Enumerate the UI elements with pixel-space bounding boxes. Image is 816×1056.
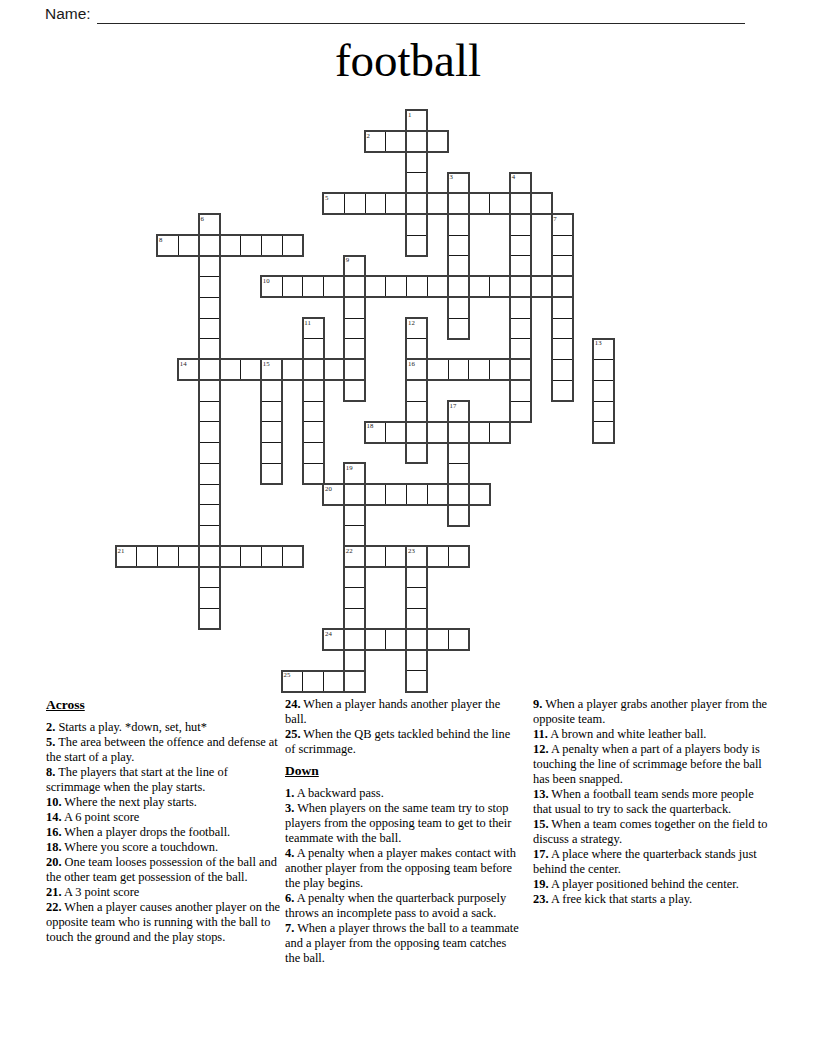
grid-cell[interactable] [468,359,490,381]
grid-cell[interactable] [406,608,428,630]
grid-cell[interactable] [219,546,241,568]
grid-cell[interactable] [427,484,449,506]
clue-number: 1 [408,111,411,118]
grid-cell[interactable] [199,525,221,547]
grid-cell[interactable] [531,193,553,215]
clue-number: 12 [408,319,415,326]
grid-cell[interactable] [261,235,283,257]
grid-cell[interactable] [302,421,324,443]
grid-cell[interactable] [344,276,366,298]
grid-cell[interactable] [593,359,615,381]
grid-cell[interactable] [510,338,532,360]
grid-cell[interactable] [448,235,470,257]
grid-cell[interactable] [551,235,573,257]
grid-cell[interactable] [282,546,304,568]
grid-cell[interactable] [448,421,470,443]
grid-cell[interactable] [593,401,615,423]
grid-cell[interactable] [468,276,490,298]
grid-cell[interactable] [510,214,532,236]
grid-cell[interactable] [365,484,387,506]
grid-cell[interactable] [406,629,428,651]
clue-column-3: 9. When a player grabs another player fr… [533,697,769,907]
clue-down-4: 4. A penalty when a player makes contact… [285,846,521,891]
grid-cell[interactable] [468,421,490,443]
grid-cell[interactable] [510,255,532,277]
clue-number: 3 [450,173,453,180]
grid-cell[interactable] [551,380,573,402]
clue-across-5: 5. The area between the offence and defe… [46,735,282,765]
grid-cell[interactable] [178,546,200,568]
grid-cell[interactable] [427,421,449,443]
grid-cell[interactable] [448,546,470,568]
grid-cell[interactable] [282,235,304,257]
grid-cell[interactable] [510,359,532,381]
grid-cell[interactable] [199,297,221,319]
grid-cell[interactable] [489,276,511,298]
grid-cell[interactable] [406,152,428,174]
clue-number: 22 [346,547,353,554]
grid-cell[interactable] [448,214,470,236]
name-label: Name: [45,4,97,24]
grid-cell[interactable] [136,546,158,568]
grid-cell[interactable] [261,463,283,485]
grid-cell[interactable] [406,235,428,257]
clue-number: 8 [159,236,162,243]
grid-cell[interactable] [199,401,221,423]
grid-cell[interactable] [406,193,428,215]
grid-cell[interactable] [448,359,470,381]
clue-across-18: 18. Where you score a touchdown. [46,840,282,855]
grid-cell[interactable] [302,463,324,485]
grid-cell[interactable] [385,276,407,298]
clue-down-11: 11. A brown and white leather ball. [533,727,769,742]
grid-cell[interactable] [593,380,615,402]
grid-cell[interactable] [344,608,366,630]
clue-number: 13 [595,339,602,346]
grid-cell[interactable] [344,359,366,381]
grid-cell[interactable] [406,131,428,153]
crossword-grid: 2581014161820212224251346791112131517192… [116,110,618,694]
grid-cell[interactable] [199,546,221,568]
grid-cell[interactable] [199,276,221,298]
clue-number: 15 [263,360,270,367]
grid-cell[interactable] [199,504,221,526]
clue-column-2: 24. When a player hands another player t… [285,697,521,966]
clue-down-6: 6. A penalty when the quarterback purpos… [285,891,521,921]
clue-number: 24 [325,630,332,637]
grid-cell[interactable] [261,442,283,464]
grid-cell[interactable] [551,359,573,381]
clue-down-15: 15. When a team comes together on the fi… [533,817,769,847]
grid-cell[interactable] [302,442,324,464]
grid-cell[interactable] [448,504,470,526]
grid-cell[interactable] [385,484,407,506]
grid-cell[interactable] [344,670,366,692]
clue-number: 10 [263,277,270,284]
grid-cell[interactable] [406,380,428,402]
grid-cell[interactable] [323,276,345,298]
clue-across-16: 16. When a player drops the football. [46,825,282,840]
grid-cell[interactable] [344,338,366,360]
grid-cell[interactable] [365,629,387,651]
puzzle-title: football [0,33,816,87]
grid-cell[interactable] [406,484,428,506]
grid-cell[interactable] [406,650,428,672]
grid-cell[interactable] [551,318,573,340]
grid-cell[interactable] [448,193,470,215]
clue-number: 2 [367,132,370,139]
grid-cell[interactable] [219,235,241,257]
grid-cell[interactable] [261,546,283,568]
grid-cell[interactable] [468,193,490,215]
grid-cell[interactable] [510,297,532,319]
grid-cell[interactable] [489,193,511,215]
grid-cell[interactable] [199,484,221,506]
grid-cell[interactable] [551,297,573,319]
grid-cell[interactable] [510,235,532,257]
clue-number: 20 [325,485,332,492]
grid-cell[interactable] [199,463,221,485]
grid-cell[interactable] [302,359,324,381]
grid-cell[interactable] [406,421,428,443]
clue-number: 11 [304,319,311,326]
grid-cell[interactable] [240,359,262,381]
grid-cell[interactable] [489,359,511,381]
grid-cell[interactable] [323,359,345,381]
grid-cell[interactable] [406,172,428,194]
clue-number: 21 [118,547,125,554]
grid-cell[interactable] [199,567,221,589]
grid-cell[interactable] [261,401,283,423]
clue-number: 23 [408,547,415,554]
grid-cell[interactable] [406,587,428,609]
grid-cell[interactable] [219,359,241,381]
grid-cell[interactable] [468,484,490,506]
grid-cell[interactable] [448,463,470,485]
clue-number: 9 [346,256,349,263]
grid-cell[interactable] [448,255,470,277]
grid-cell[interactable] [302,338,324,360]
grid-cell[interactable] [551,255,573,277]
grid-cell[interactable] [593,421,615,443]
grid-cell[interactable] [427,629,449,651]
grid-cell[interactable] [302,401,324,423]
clue-down-13: 13. When a football team sends more peop… [533,787,769,817]
worksheet-page: Name: football 2581014161820212224251346… [0,0,816,1056]
grid-cell[interactable] [406,442,428,464]
clue-across-20: 20. One team looses possession of the ba… [46,855,282,885]
grid-cell[interactable] [178,235,200,257]
grid-cell[interactable] [302,276,324,298]
clue-across-2: 2. Starts a play. *down, set, hut* [46,720,282,735]
grid-cell[interactable] [406,670,428,692]
grid-cell[interactable] [510,318,532,340]
clue-number: 6 [201,215,204,222]
grid-cell[interactable] [344,318,366,340]
clue-section-header-across: Across [46,697,282,713]
grid-cell[interactable] [157,546,179,568]
clue-across-8: 8. The players that start at the line of… [46,765,282,795]
grid-cell[interactable] [406,276,428,298]
grid-cell[interactable] [240,235,262,257]
grid-cell[interactable] [385,421,407,443]
name-row: Name: [45,4,745,24]
grid-cell[interactable] [551,276,573,298]
grid-cell[interactable] [199,608,221,630]
clue-down-9: 9. When a player grabs another player fr… [533,697,769,727]
grid-cell[interactable] [199,421,221,443]
grid-cell[interactable] [199,359,221,381]
clue-across-10: 10. Where the next play starts. [46,795,282,810]
grid-cell[interactable] [385,131,407,153]
grid-cell[interactable] [385,546,407,568]
grid-cell[interactable] [344,567,366,589]
grid-cell[interactable] [365,546,387,568]
grid-cell[interactable] [302,670,324,692]
clue-number: 4 [512,173,515,180]
clue-down-7: 7. When a player throws the ball to a te… [285,921,521,966]
grid-cell[interactable] [344,193,366,215]
grid-cell[interactable] [448,629,470,651]
clue-down-23: 23. A free kick that starts a play. [533,892,769,907]
grid-cell[interactable] [282,359,304,381]
clue-down-17: 17. A place where the quarterback stands… [533,847,769,877]
grid-cell[interactable] [385,629,407,651]
grid-cell[interactable] [199,338,221,360]
clue-across-14: 14. A 6 point score [46,810,282,825]
clue-across-24: 24. When a player hands another player t… [285,697,521,727]
grid-cell[interactable] [427,546,449,568]
grid-cell[interactable] [427,131,449,153]
clue-down-12: 12. A penalty when a part of a players b… [533,742,769,787]
clue-number: 18 [367,422,374,429]
grid-cell[interactable] [302,380,324,402]
grid-cell[interactable] [448,276,470,298]
grid-cell[interactable] [406,214,428,236]
grid-cell[interactable] [406,567,428,589]
grid-cell[interactable] [344,504,366,526]
grid-cell[interactable] [199,318,221,340]
clue-number: 7 [553,215,556,222]
grid-cell[interactable] [344,380,366,402]
grid-cell[interactable] [365,276,387,298]
grid-cell[interactable] [510,193,532,215]
grid-cell[interactable] [199,380,221,402]
clue-down-19: 19. A player positioned behind the cente… [533,877,769,892]
clue-number: 25 [284,671,291,678]
grid-cell[interactable] [240,546,262,568]
grid-cell[interactable] [344,587,366,609]
clue-number: 17 [450,402,457,409]
clue-across-21: 21. A 3 point score [46,885,282,900]
clue-number: 19 [346,464,353,471]
grid-cell[interactable] [427,359,449,381]
grid-cell[interactable] [406,338,428,360]
grid-cell[interactable] [531,276,553,298]
grid-cell[interactable] [427,193,449,215]
grid-cell[interactable] [406,401,428,423]
clue-number: 14 [180,360,187,367]
grid-cell[interactable] [510,276,532,298]
grid-cell[interactable] [448,442,470,464]
grid-cell[interactable] [448,484,470,506]
name-blank-line[interactable] [97,5,745,24]
clue-column-1: Across2. Starts a play. *down, set, hut*… [46,697,282,945]
grid-cell[interactable] [199,587,221,609]
grid-cell[interactable] [344,297,366,319]
grid-cell[interactable] [282,276,304,298]
clue-down-1: 1. A backward pass. [285,786,521,801]
grid-cell[interactable] [427,276,449,298]
grid-cell[interactable] [199,255,221,277]
grid-cell[interactable] [510,380,532,402]
clue-section-header-down: Down [285,763,521,779]
clue-across-25: 25. When the QB gets tackled behind the … [285,727,521,757]
clue-number: 5 [325,194,328,201]
grid-cell[interactable] [551,338,573,360]
grid-cell[interactable] [344,525,366,547]
clue-number: 16 [408,360,415,367]
grid-cell[interactable] [448,318,470,340]
grid-cell[interactable] [261,421,283,443]
grid-cell[interactable] [489,421,511,443]
grid-cell[interactable] [510,401,532,423]
grid-cell[interactable] [365,193,387,215]
grid-cell[interactable] [261,380,283,402]
grid-cell[interactable] [199,442,221,464]
grid-cell[interactable] [344,484,366,506]
clue-down-3: 3. When players on the same team try to … [285,801,521,846]
grid-cell[interactable] [344,650,366,672]
grid-cell[interactable] [199,235,221,257]
grid-cell[interactable] [344,629,366,651]
clue-across-22: 22. When a player causes another player … [46,900,282,945]
grid-cell[interactable] [385,193,407,215]
grid-cell[interactable] [448,297,470,319]
grid-cell[interactable] [323,670,345,692]
